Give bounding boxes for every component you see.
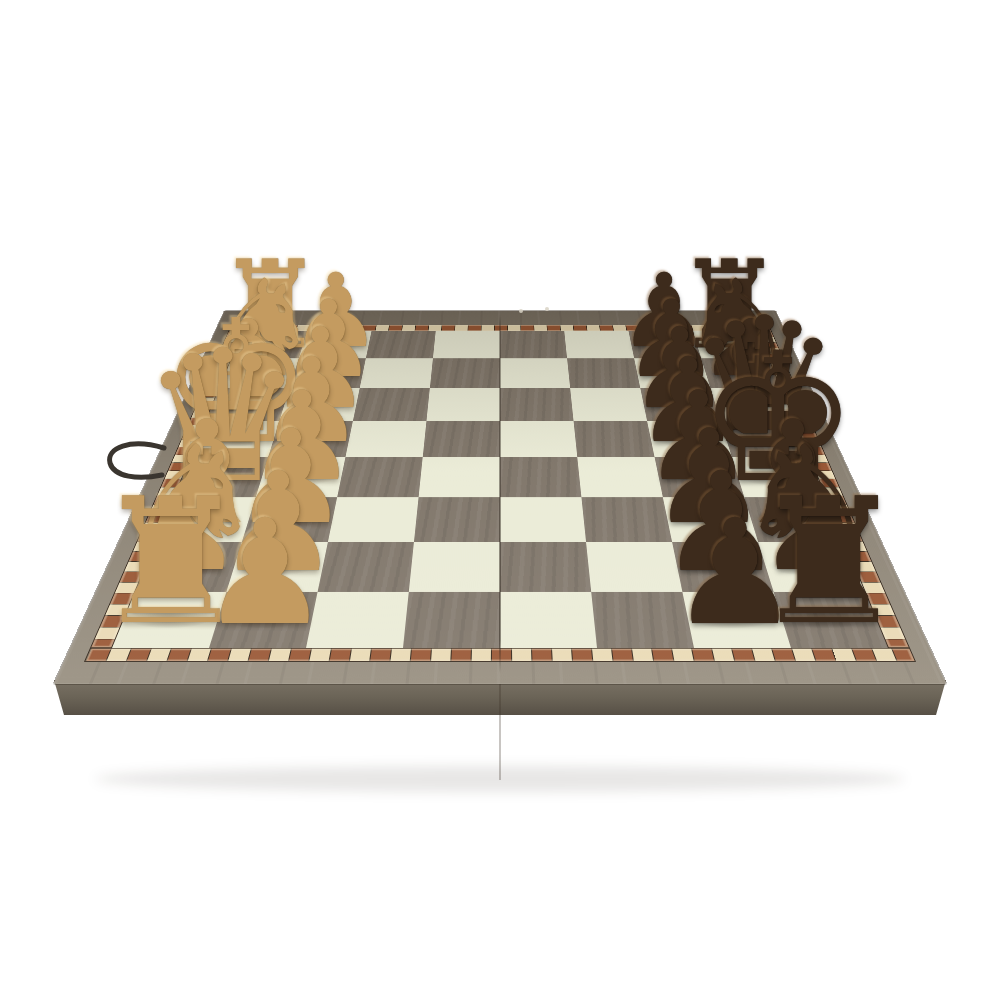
hinge-screw-icon	[545, 307, 549, 311]
chess-set-photo: ♜♟♟♜♞♟♟♞♝♟♟♝♚♟♟♛♛♟♟♚♝♟♟♝♞♟♟♞♜♟♟♜	[0, 0, 1000, 1000]
piece-black-rook-h8[interactable]: ♜	[742, 476, 916, 650]
piece-white-pawn-h2[interactable]: ♟	[192, 500, 338, 646]
hinge-screw-icon	[519, 309, 523, 313]
pieces-layer: ♜♟♟♜♞♟♟♞♝♟♟♝♚♟♟♛♛♟♟♚♝♟♟♝♞♟♟♞♜♟♟♜	[0, 0, 1000, 1000]
